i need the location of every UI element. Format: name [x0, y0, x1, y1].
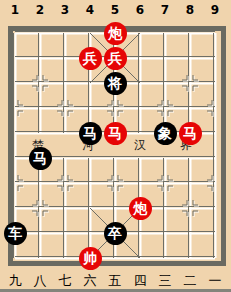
- point-2-9[interactable]: [28, 221, 53, 246]
- point-5-8[interactable]: [103, 196, 128, 221]
- point-7-9[interactable]: [153, 221, 178, 246]
- piece-red-horse[interactable]: 马: [179, 122, 202, 145]
- point-4-4[interactable]: [78, 96, 103, 121]
- point-9-9[interactable]: [203, 221, 228, 246]
- point-6-1[interactable]: [128, 21, 153, 46]
- file-label-bottom-4: 六: [78, 273, 103, 289]
- file-label-bottom-5: 五: [103, 273, 128, 289]
- point-7-2[interactable]: [153, 46, 178, 71]
- point-6-5[interactable]: [128, 121, 153, 146]
- point-5-1[interactable]: 炮: [103, 21, 128, 46]
- file-label-bottom-9: 一: [203, 273, 228, 289]
- point-7-1[interactable]: [153, 21, 178, 46]
- point-3-4[interactable]: [53, 96, 78, 121]
- point-1-7[interactable]: [3, 171, 28, 196]
- point-2-3[interactable]: [28, 71, 53, 96]
- point-1-6[interactable]: [3, 146, 28, 171]
- point-1-5[interactable]: [3, 121, 28, 146]
- point-4-2[interactable]: 兵: [78, 46, 103, 71]
- point-6-3[interactable]: [128, 71, 153, 96]
- point-2-2[interactable]: [28, 46, 53, 71]
- piece-black-elephant[interactable]: 象: [154, 122, 177, 145]
- point-1-10[interactable]: [3, 246, 28, 271]
- point-4-3[interactable]: [78, 71, 103, 96]
- point-3-1[interactable]: [53, 21, 78, 46]
- point-4-7[interactable]: [78, 171, 103, 196]
- point-6-6[interactable]: [128, 146, 153, 171]
- point-2-1[interactable]: [28, 21, 53, 46]
- point-4-10[interactable]: 帅: [78, 246, 103, 271]
- piece-red-pawn[interactable]: 兵: [104, 47, 127, 70]
- point-7-5[interactable]: 象: [153, 121, 178, 146]
- point-3-3[interactable]: [53, 71, 78, 96]
- point-3-9[interactable]: [53, 221, 78, 246]
- point-7-4[interactable]: [153, 96, 178, 121]
- point-5-2[interactable]: 兵: [103, 46, 128, 71]
- point-1-4[interactable]: [3, 96, 28, 121]
- point-4-1[interactable]: [78, 21, 103, 46]
- point-4-5[interactable]: 马: [78, 121, 103, 146]
- point-5-9[interactable]: 卒: [103, 221, 128, 246]
- point-1-8[interactable]: [3, 196, 28, 221]
- file-label-bottom-7: 三: [153, 273, 178, 289]
- point-9-8[interactable]: [203, 196, 228, 221]
- file-label-bottom-6: 四: [128, 273, 153, 289]
- point-3-5[interactable]: [53, 121, 78, 146]
- piece-black-general[interactable]: 将: [104, 72, 127, 95]
- point-6-7[interactable]: [128, 171, 153, 196]
- point-3-7[interactable]: [53, 171, 78, 196]
- point-1-3[interactable]: [3, 71, 28, 96]
- point-8-10[interactable]: [178, 246, 203, 271]
- piece-red-cannon[interactable]: 炮: [129, 197, 152, 220]
- point-9-6[interactable]: [203, 146, 228, 171]
- file-label-bottom-2: 八: [28, 273, 53, 289]
- point-5-5[interactable]: 马: [103, 121, 128, 146]
- point-3-2[interactable]: [53, 46, 78, 71]
- point-2-8[interactable]: [28, 196, 53, 221]
- point-9-3[interactable]: [203, 71, 228, 96]
- point-7-3[interactable]: [153, 71, 178, 96]
- point-3-6[interactable]: [53, 146, 78, 171]
- point-5-6[interactable]: [103, 146, 128, 171]
- piece-red-general[interactable]: 帅: [79, 247, 102, 270]
- point-8-4[interactable]: [178, 96, 203, 121]
- point-3-8[interactable]: [53, 196, 78, 221]
- point-9-4[interactable]: [203, 96, 228, 121]
- piece-red-pawn[interactable]: 兵: [79, 47, 102, 70]
- point-9-5[interactable]: [203, 121, 228, 146]
- point-9-1[interactable]: [203, 21, 228, 46]
- point-7-6[interactable]: [153, 146, 178, 171]
- point-4-9[interactable]: [78, 221, 103, 246]
- point-9-7[interactable]: [203, 171, 228, 196]
- point-4-6[interactable]: [78, 146, 103, 171]
- point-8-5[interactable]: 马: [178, 121, 203, 146]
- point-6-10[interactable]: [128, 246, 153, 271]
- point-8-3[interactable]: [178, 71, 203, 96]
- point-2-5[interactable]: [28, 121, 53, 146]
- point-1-1[interactable]: [3, 21, 28, 46]
- piece-red-horse[interactable]: 马: [104, 122, 127, 145]
- point-8-1[interactable]: [178, 21, 203, 46]
- point-5-3[interactable]: 将: [103, 71, 128, 96]
- point-6-9[interactable]: [128, 221, 153, 246]
- file-labels-bottom: 九八七六五四三二一: [3, 273, 228, 289]
- point-6-2[interactable]: [128, 46, 153, 71]
- point-5-10[interactable]: [103, 246, 128, 271]
- piece-red-cannon[interactable]: 炮: [104, 22, 127, 45]
- point-8-7[interactable]: [178, 171, 203, 196]
- file-label-bottom-8: 二: [178, 273, 203, 289]
- point-7-8[interactable]: [153, 196, 178, 221]
- point-8-6[interactable]: [178, 146, 203, 171]
- point-4-8[interactable]: [78, 196, 103, 221]
- point-8-9[interactable]: [178, 221, 203, 246]
- piece-black-pawn[interactable]: 卒: [104, 222, 127, 245]
- point-2-10[interactable]: [28, 246, 53, 271]
- point-5-4[interactable]: [103, 96, 128, 121]
- piece-black-horse[interactable]: 马: [79, 122, 102, 145]
- point-6-8[interactable]: 炮: [128, 196, 153, 221]
- file-label-bottom-1: 九: [3, 273, 28, 289]
- point-9-2[interactable]: [203, 46, 228, 71]
- point-3-10[interactable]: [53, 246, 78, 271]
- point-2-7[interactable]: [28, 171, 53, 196]
- point-1-9[interactable]: 车: [3, 221, 28, 246]
- point-9-10[interactable]: [203, 246, 228, 271]
- piece-black-chariot[interactable]: 车: [4, 222, 27, 245]
- xiangqi-board-screen: 123456789 楚河汉界炮兵兵将马马象马马炮车卒帅 九八七六五四三二一: [0, 0, 231, 292]
- point-8-2[interactable]: [178, 46, 203, 71]
- point-5-7[interactable]: [103, 171, 128, 196]
- point-6-4[interactable]: [128, 96, 153, 121]
- file-label-bottom-3: 七: [53, 273, 78, 289]
- point-8-8[interactable]: [178, 196, 203, 221]
- piece-black-horse[interactable]: 马: [29, 147, 52, 170]
- point-7-10[interactable]: [153, 246, 178, 271]
- board: 炮兵兵将马马象马马炮车卒帅: [3, 21, 228, 271]
- point-2-4[interactable]: [28, 96, 53, 121]
- point-2-6[interactable]: 马: [28, 146, 53, 171]
- point-1-2[interactable]: [3, 46, 28, 71]
- point-7-7[interactable]: [153, 171, 178, 196]
